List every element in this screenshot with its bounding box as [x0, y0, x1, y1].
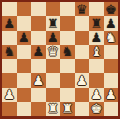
- square-g5[interactable]: ♝: [89, 45, 104, 59]
- square-f3[interactable]: ♟: [75, 73, 90, 87]
- square-d1[interactable]: ♜: [46, 102, 61, 116]
- square-b4[interactable]: [17, 59, 32, 73]
- piece-black-king[interactable]: ♚: [105, 2, 117, 15]
- piece-black-queen[interactable]: ♛: [76, 2, 88, 15]
- square-e3[interactable]: [60, 73, 75, 87]
- square-a5[interactable]: ♞: [2, 45, 17, 59]
- piece-white-pawn[interactable]: ♟: [105, 88, 117, 101]
- piece-white-queen[interactable]: ♛: [47, 45, 59, 58]
- square-a6[interactable]: [2, 31, 17, 45]
- square-g7[interactable]: ♜: [89, 16, 104, 30]
- piece-white-knight[interactable]: ♞: [105, 31, 117, 44]
- piece-white-rook[interactable]: ♜: [47, 102, 59, 115]
- piece-black-pawn[interactable]: ♟: [18, 31, 30, 44]
- square-c3[interactable]: ♟: [31, 73, 46, 87]
- piece-white-rook[interactable]: ♜: [61, 102, 73, 115]
- piece-black-knight[interactable]: ♞: [61, 45, 73, 58]
- piece-black-pawn[interactable]: ♟: [90, 31, 102, 44]
- square-d7[interactable]: ♜: [46, 16, 61, 30]
- square-e2[interactable]: [60, 88, 75, 102]
- piece-black-pawn[interactable]: ♟: [47, 31, 59, 44]
- piece-white-bishop[interactable]: ♝: [90, 45, 102, 58]
- square-d4[interactable]: [46, 59, 61, 73]
- square-e4[interactable]: [60, 59, 75, 73]
- piece-white-pawn[interactable]: ♟: [90, 88, 102, 101]
- square-h2[interactable]: ♟: [104, 88, 119, 102]
- piece-black-rook[interactable]: ♜: [47, 16, 59, 29]
- square-h3[interactable]: [104, 73, 119, 87]
- square-h5[interactable]: [104, 45, 119, 59]
- square-c2[interactable]: [31, 88, 46, 102]
- square-e7[interactable]: [60, 16, 75, 30]
- square-c7[interactable]: [31, 16, 46, 30]
- square-a7[interactable]: ♟: [2, 16, 17, 30]
- piece-white-pawn[interactable]: ♟: [3, 88, 15, 101]
- chess-board-frame: ♛♚♟♜♜♟♟♟♟♞♞♟♛♞♝♟♟♟♟♟♜♜♚: [0, 0, 120, 119]
- square-e1[interactable]: ♜: [60, 102, 75, 116]
- square-f1[interactable]: [75, 102, 90, 116]
- piece-black-knight[interactable]: ♞: [3, 45, 15, 58]
- square-d6[interactable]: ♟: [46, 31, 61, 45]
- square-b1[interactable]: [17, 102, 32, 116]
- square-a8[interactable]: [2, 2, 17, 16]
- square-h7[interactable]: ♟: [104, 16, 119, 30]
- square-c5[interactable]: ♟: [31, 45, 46, 59]
- square-g2[interactable]: ♟: [89, 88, 104, 102]
- piece-black-pawn[interactable]: ♟: [32, 45, 44, 58]
- square-e8[interactable]: [60, 2, 75, 16]
- square-b2[interactable]: [17, 88, 32, 102]
- square-b8[interactable]: [17, 2, 32, 16]
- square-c8[interactable]: [31, 2, 46, 16]
- square-d8[interactable]: [46, 2, 61, 16]
- square-h6[interactable]: ♞: [104, 31, 119, 45]
- square-c4[interactable]: [31, 59, 46, 73]
- square-a1[interactable]: [2, 102, 17, 116]
- square-c1[interactable]: [31, 102, 46, 116]
- square-g8[interactable]: [89, 2, 104, 16]
- square-b6[interactable]: ♟: [17, 31, 32, 45]
- square-a2[interactable]: ♟: [2, 88, 17, 102]
- square-g1[interactable]: ♚: [89, 102, 104, 116]
- square-b3[interactable]: [17, 73, 32, 87]
- square-f4[interactable]: [75, 59, 90, 73]
- square-b7[interactable]: [17, 16, 32, 30]
- square-f2[interactable]: [75, 88, 90, 102]
- square-g3[interactable]: [89, 73, 104, 87]
- square-h8[interactable]: ♚: [104, 2, 119, 16]
- piece-black-pawn[interactable]: ♟: [105, 16, 117, 29]
- square-d2[interactable]: [46, 88, 61, 102]
- square-g4[interactable]: [89, 59, 104, 73]
- piece-black-rook[interactable]: ♜: [90, 16, 102, 29]
- square-f5[interactable]: [75, 45, 90, 59]
- square-a4[interactable]: [2, 59, 17, 73]
- piece-white-pawn[interactable]: ♟: [76, 73, 88, 86]
- square-c6[interactable]: [31, 31, 46, 45]
- square-b5[interactable]: [17, 45, 32, 59]
- square-d3[interactable]: [46, 73, 61, 87]
- square-f7[interactable]: [75, 16, 90, 30]
- piece-white-king[interactable]: ♚: [90, 102, 102, 115]
- square-f8[interactable]: ♛: [75, 2, 90, 16]
- square-d5[interactable]: ♛: [46, 45, 61, 59]
- piece-black-pawn[interactable]: ♟: [3, 16, 15, 29]
- square-g6[interactable]: ♟: [89, 31, 104, 45]
- square-e5[interactable]: ♞: [60, 45, 75, 59]
- piece-white-pawn[interactable]: ♟: [32, 73, 44, 86]
- chess-board: ♛♚♟♜♜♟♟♟♟♞♞♟♛♞♝♟♟♟♟♟♜♜♚: [2, 2, 118, 116]
- square-f6[interactable]: [75, 31, 90, 45]
- square-e6[interactable]: [60, 31, 75, 45]
- square-a3[interactable]: [2, 73, 17, 87]
- square-h4[interactable]: [104, 59, 119, 73]
- square-h1[interactable]: [104, 102, 119, 116]
